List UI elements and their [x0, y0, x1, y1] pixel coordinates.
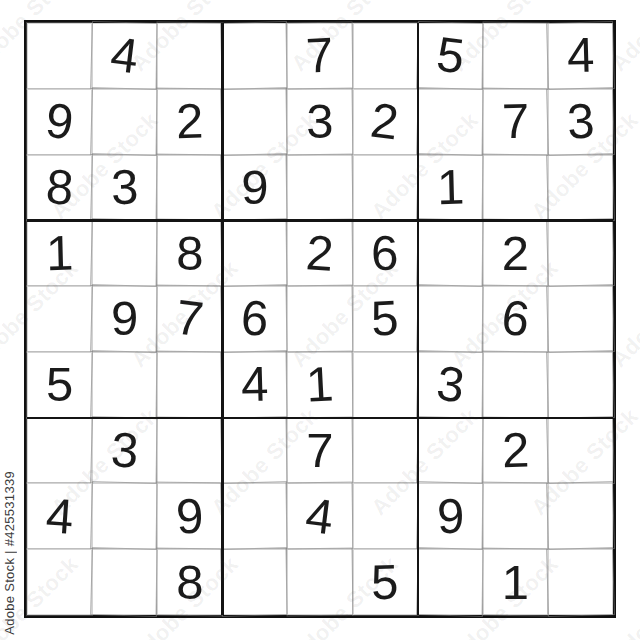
cell-r7c5[interactable]: 7 — [287, 418, 352, 484]
cell-r9c9[interactable] — [548, 549, 613, 615]
cell-r4c1[interactable]: 1 — [27, 220, 92, 286]
cell-r5c1[interactable] — [27, 286, 92, 352]
cell-r3c9[interactable] — [548, 155, 613, 221]
cell-r8c5[interactable]: 4 — [287, 483, 352, 549]
cell-r4c9[interactable] — [548, 220, 613, 286]
cell-r2c3[interactable]: 2 — [157, 89, 222, 155]
cell-r8c9[interactable] — [548, 483, 613, 549]
cell-r8c3[interactable]: 9 — [157, 483, 222, 549]
cell-r5c6[interactable]: 5 — [353, 286, 418, 352]
cell-r6c7[interactable]: 3 — [418, 352, 483, 418]
given-digit: 3 — [306, 97, 333, 146]
cell-r8c6[interactable] — [353, 483, 418, 549]
cell-r4c4[interactable] — [222, 220, 287, 286]
cell-r2c9[interactable]: 3 — [548, 89, 613, 155]
cell-r2c5[interactable]: 3 — [287, 89, 352, 155]
cell-r1c1[interactable] — [27, 23, 92, 89]
cell-r4c5[interactable]: 2 — [287, 220, 352, 286]
cell-r7c6[interactable] — [353, 418, 418, 484]
given-digit: 1 — [305, 360, 335, 410]
cell-r9c6[interactable]: 5 — [353, 549, 418, 615]
given-digit: 2 — [369, 96, 402, 148]
cell-r7c9[interactable] — [548, 418, 613, 484]
given-digit: 3 — [434, 359, 467, 411]
cell-r6c4[interactable]: 4 — [222, 352, 287, 418]
cell-r3c6[interactable] — [353, 155, 418, 221]
cell-r3c1[interactable]: 8 — [27, 155, 92, 221]
sudoku-board: 47549232738391182629765654133724949851 — [24, 20, 616, 618]
cell-r9c4[interactable] — [222, 549, 287, 615]
cell-r5c7[interactable] — [418, 286, 483, 352]
given-digit: 4 — [241, 360, 270, 410]
cell-r2c7[interactable] — [418, 89, 483, 155]
given-digit: 6 — [240, 294, 271, 345]
cell-r6c6[interactable] — [353, 352, 418, 418]
cell-r6c3[interactable] — [157, 352, 222, 418]
given-digit: 9 — [43, 96, 76, 148]
given-digit: 4 — [303, 490, 336, 542]
given-digit: 1 — [45, 228, 74, 278]
cell-r1c2[interactable]: 4 — [92, 23, 157, 89]
cell-r6c5[interactable]: 1 — [287, 352, 352, 418]
cell-r1c5[interactable]: 7 — [287, 23, 352, 89]
given-digit: 9 — [241, 163, 268, 212]
given-digit: 7 — [305, 31, 335, 81]
cell-r6c9[interactable] — [548, 352, 613, 418]
cell-r7c1[interactable] — [27, 418, 92, 484]
given-digit: 9 — [111, 294, 138, 343]
cell-r2c6[interactable]: 2 — [353, 89, 418, 155]
cell-r3c7[interactable]: 1 — [418, 155, 483, 221]
cell-r4c8[interactable]: 2 — [483, 220, 548, 286]
stock-image: 47549232738391182629765654133724949851 A… — [0, 0, 640, 640]
given-digit: 8 — [44, 162, 75, 213]
cell-r5c8[interactable]: 6 — [483, 286, 548, 352]
cell-r9c3[interactable]: 8 — [157, 549, 222, 615]
cell-r5c2[interactable]: 9 — [92, 286, 157, 352]
cell-r4c3[interactable]: 8 — [157, 220, 222, 286]
cell-r1c4[interactable] — [222, 23, 287, 89]
cell-r5c9[interactable] — [548, 286, 613, 352]
cell-r3c8[interactable] — [483, 155, 548, 221]
cell-r6c1[interactable]: 5 — [27, 352, 92, 418]
cell-r5c5[interactable] — [287, 286, 352, 352]
cell-r7c2[interactable]: 3 — [92, 418, 157, 484]
given-digit: 4 — [108, 30, 141, 82]
given-digit: 7 — [173, 293, 206, 345]
cell-r3c5[interactable] — [287, 155, 352, 221]
cell-r8c1[interactable]: 4 — [27, 483, 92, 549]
cell-r5c4[interactable]: 6 — [222, 286, 287, 352]
given-digit: 6 — [371, 228, 400, 278]
given-digit: 7 — [306, 426, 333, 475]
cell-r6c2[interactable] — [92, 352, 157, 418]
sudoku-grid: 47549232738391182629765654133724949851 — [27, 23, 613, 615]
given-digit: 5 — [434, 30, 467, 82]
cell-r3c3[interactable] — [157, 155, 222, 221]
cell-r4c2[interactable] — [92, 220, 157, 286]
cell-r2c8[interactable]: 7 — [483, 89, 548, 155]
cell-r1c3[interactable] — [157, 23, 222, 89]
cell-r7c7[interactable] — [418, 418, 483, 484]
given-digit: 7 — [501, 97, 530, 147]
given-digit: 1 — [502, 558, 529, 607]
given-digit: 3 — [110, 163, 139, 213]
given-digit: 9 — [436, 491, 465, 541]
cell-r2c4[interactable] — [222, 89, 287, 155]
cell-r8c4[interactable] — [222, 483, 287, 549]
given-digit: 9 — [175, 491, 205, 541]
cell-r8c7[interactable]: 9 — [418, 483, 483, 549]
cell-r4c6[interactable]: 6 — [353, 220, 418, 286]
given-digit: 3 — [566, 96, 596, 146]
cell-r1c9[interactable]: 4 — [548, 23, 613, 89]
cell-r8c2[interactable] — [92, 483, 157, 549]
cell-r3c4[interactable]: 9 — [222, 155, 287, 221]
cell-r6c8[interactable] — [483, 352, 548, 418]
cell-r4c7[interactable] — [418, 220, 483, 286]
given-digit: 5 — [46, 360, 73, 409]
cell-r7c3[interactable] — [157, 418, 222, 484]
cell-r2c2[interactable] — [92, 89, 157, 155]
cell-r5c3[interactable]: 7 — [157, 286, 222, 352]
given-digit: 2 — [501, 426, 530, 476]
cell-r8c8[interactable] — [483, 483, 548, 549]
given-digit: 2 — [502, 229, 529, 278]
given-digit: 2 — [305, 228, 336, 279]
given-digit: 4 — [44, 491, 75, 542]
given-digit: 5 — [370, 294, 400, 344]
given-digit: 8 — [176, 229, 203, 278]
cell-r7c8[interactable]: 2 — [483, 418, 548, 484]
given-digit: 2 — [176, 97, 205, 147]
given-digit: 4 — [566, 31, 595, 81]
cell-r9c8[interactable]: 1 — [483, 549, 548, 615]
cell-r3c2[interactable]: 3 — [92, 155, 157, 221]
given-digit: 3 — [109, 425, 140, 476]
given-digit: 8 — [176, 558, 203, 607]
given-digit: 6 — [499, 293, 532, 345]
cell-r7c4[interactable] — [222, 418, 287, 484]
given-digit: 1 — [436, 163, 465, 213]
stock-id-label: Adobe Stock | #425531339 — [2, 471, 17, 635]
cell-r1c8[interactable] — [483, 23, 548, 89]
cell-r1c6[interactable] — [353, 23, 418, 89]
cell-r9c5[interactable] — [287, 549, 352, 615]
given-digit: 5 — [371, 557, 400, 607]
cell-r9c7[interactable] — [418, 549, 483, 615]
cell-r9c2[interactable] — [92, 549, 157, 615]
cell-r2c1[interactable]: 9 — [27, 89, 92, 155]
cell-r1c7[interactable]: 5 — [418, 23, 483, 89]
cell-r9c1[interactable] — [27, 549, 92, 615]
